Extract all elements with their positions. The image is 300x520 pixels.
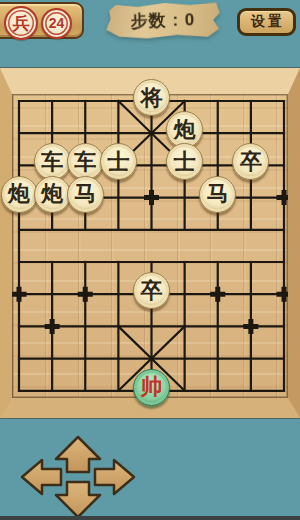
piece-black-advisor[interactable]: 士 [166, 143, 203, 180]
dpad-right-arrow[interactable] [95, 460, 134, 494]
bottom-bar [0, 516, 300, 520]
piece-black-chariot[interactable]: 车 [67, 143, 104, 180]
piece-black-horse[interactable]: 马 [67, 176, 104, 213]
dpad-up-arrow[interactable] [56, 437, 100, 472]
dpad-down-arrow[interactable] [56, 482, 100, 517]
settings-button[interactable]: 设置 [237, 8, 296, 36]
steps-banner: 步数 : 0 [106, 2, 221, 40]
level-number-label: 24 [49, 15, 65, 31]
piece-black-soldier[interactable]: 卒 [232, 143, 269, 180]
piece-black-chariot[interactable]: 车 [34, 143, 71, 180]
piece-red-general[interactable]: 帅 [133, 369, 170, 406]
piece-black-cannon[interactable]: 炮 [1, 176, 38, 213]
pieces-layer: 将炮车车士士卒炮炮马马卒帅 [12, 94, 288, 398]
level-number-coin: 24 [41, 8, 72, 39]
piece-black-advisor[interactable]: 士 [100, 143, 137, 180]
xiangqi-board: 将炮车车士士卒炮炮马马卒帅 [0, 68, 300, 418]
dpad [16, 432, 140, 520]
piece-black-general[interactable]: 将 [133, 79, 170, 116]
dpad-left-arrow[interactable] [22, 460, 61, 494]
steps-paper: 步数 : 0 [106, 2, 221, 40]
level-category-coin: 兵 [4, 6, 38, 40]
piece-black-horse[interactable]: 马 [199, 176, 236, 213]
piece-black-cannon[interactable]: 炮 [34, 176, 71, 213]
level-category-label: 兵 [13, 12, 30, 35]
piece-black-soldier[interactable]: 卒 [133, 272, 170, 309]
level-badge: 兵 24 [0, 2, 84, 39]
steps-label: 步数 : 0 [130, 8, 195, 33]
